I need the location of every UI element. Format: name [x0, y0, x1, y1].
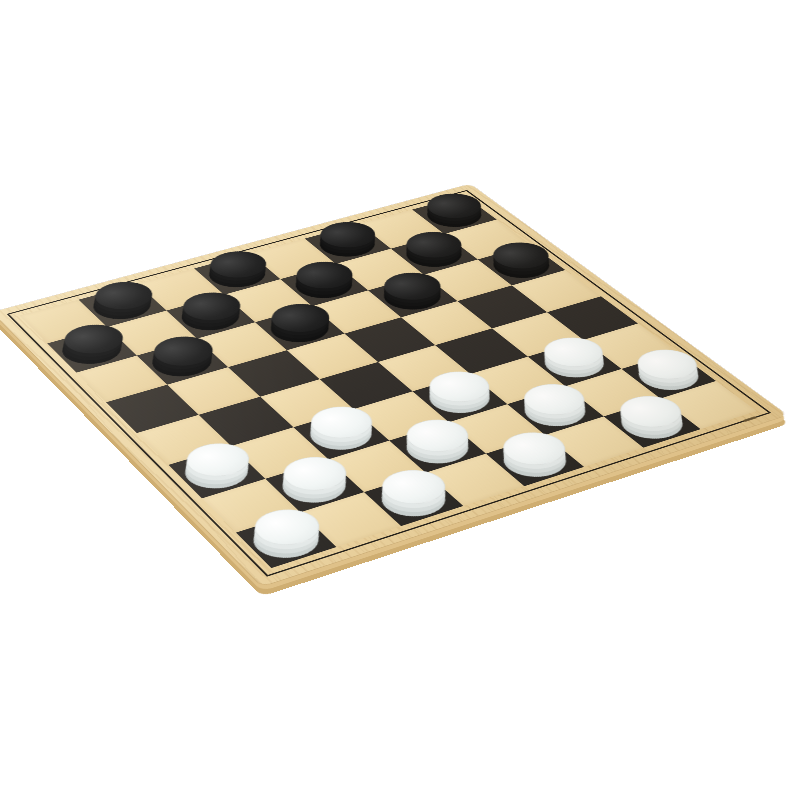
checker-black	[260, 309, 339, 348]
checker-black	[396, 237, 472, 273]
checker-black	[199, 256, 275, 292]
product-photo-white-background	[0, 0, 800, 800]
checker-black	[286, 266, 363, 303]
checker-white	[271, 462, 357, 508]
checker-white	[513, 389, 597, 432]
checker-black	[172, 297, 250, 335]
checker-white	[533, 343, 615, 383]
checker-white	[395, 425, 480, 469]
checker-white	[299, 412, 383, 456]
checkers-board	[0, 184, 787, 586]
checker-black	[84, 287, 161, 325]
checker-black	[142, 341, 222, 381]
checker-black	[310, 226, 385, 261]
pieces-layer	[20, 196, 757, 569]
checker-black	[483, 247, 560, 283]
checker-white	[418, 377, 501, 419]
checker-black	[374, 277, 452, 314]
checker-black	[417, 198, 491, 232]
